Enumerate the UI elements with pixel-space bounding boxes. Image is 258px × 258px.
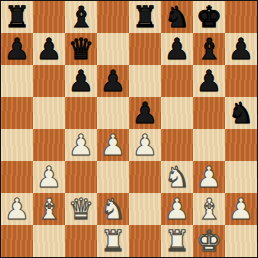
square-g4[interactable] (193, 129, 225, 161)
black-rook-piece[interactable]: ♜ (132, 1, 158, 33)
square-h5[interactable]: ♞ (225, 97, 257, 129)
square-c4[interactable]: ♟ (65, 129, 97, 161)
square-f8[interactable]: ♞ (161, 1, 193, 33)
square-g6[interactable]: ♟ (193, 65, 225, 97)
black-king-piece[interactable]: ♚ (196, 1, 222, 33)
square-b3[interactable]: ♟ (33, 161, 65, 193)
square-g7[interactable]: ♝ (193, 33, 225, 65)
square-d8[interactable] (97, 1, 129, 33)
square-g8[interactable]: ♚ (193, 1, 225, 33)
white-knight-piece[interactable]: ♞ (100, 193, 126, 225)
square-a4[interactable] (1, 129, 33, 161)
square-h7[interactable]: ♟ (225, 33, 257, 65)
square-c8[interactable]: ♝ (65, 1, 97, 33)
white-pawn-piece[interactable]: ♟ (132, 129, 158, 161)
square-d6[interactable]: ♟ (97, 65, 129, 97)
square-e1[interactable] (129, 225, 161, 257)
square-f1[interactable]: ♜ (161, 225, 193, 257)
square-f4[interactable] (161, 129, 193, 161)
square-b8[interactable] (33, 1, 65, 33)
square-h6[interactable] (225, 65, 257, 97)
white-rook-piece[interactable]: ♜ (164, 225, 190, 257)
chess-board-frame: ♜♝♜♞♚♟♟♛♟♝♟♟♟♟♟♞♟♟♟♟♞♟♟♝♛♞♟♝♟♜♜♚ (0, 0, 258, 258)
square-e5[interactable]: ♟ (129, 97, 161, 129)
square-a3[interactable] (1, 161, 33, 193)
white-pawn-piece[interactable]: ♟ (196, 161, 222, 193)
square-h3[interactable] (225, 161, 257, 193)
square-d2[interactable]: ♞ (97, 193, 129, 225)
square-b2[interactable]: ♝ (33, 193, 65, 225)
square-c5[interactable] (65, 97, 97, 129)
square-c1[interactable] (65, 225, 97, 257)
white-bishop-piece[interactable]: ♝ (196, 193, 222, 225)
square-f6[interactable] (161, 65, 193, 97)
black-pawn-piece[interactable]: ♟ (68, 65, 94, 97)
white-queen-piece[interactable]: ♛ (68, 193, 94, 225)
black-queen-piece[interactable]: ♛ (68, 33, 94, 65)
square-e2[interactable] (129, 193, 161, 225)
square-e3[interactable] (129, 161, 161, 193)
black-rook-piece[interactable]: ♜ (4, 1, 30, 33)
square-d7[interactable] (97, 33, 129, 65)
white-king-piece[interactable]: ♚ (196, 225, 222, 257)
white-knight-piece[interactable]: ♞ (164, 161, 190, 193)
square-e4[interactable]: ♟ (129, 129, 161, 161)
black-bishop-piece[interactable]: ♝ (68, 1, 94, 33)
white-pawn-piece[interactable]: ♟ (228, 193, 254, 225)
square-e6[interactable] (129, 65, 161, 97)
square-b7[interactable]: ♟ (33, 33, 65, 65)
black-knight-piece[interactable]: ♞ (228, 97, 254, 129)
chess-board: ♜♝♜♞♚♟♟♛♟♝♟♟♟♟♟♞♟♟♟♟♞♟♟♝♛♞♟♝♟♜♜♚ (1, 1, 257, 257)
square-h8[interactable] (225, 1, 257, 33)
square-a7[interactable]: ♟ (1, 33, 33, 65)
square-h2[interactable]: ♟ (225, 193, 257, 225)
white-pawn-piece[interactable]: ♟ (36, 161, 62, 193)
black-pawn-piece[interactable]: ♟ (164, 33, 190, 65)
black-pawn-piece[interactable]: ♟ (196, 65, 222, 97)
black-pawn-piece[interactable]: ♟ (36, 33, 62, 65)
square-c3[interactable] (65, 161, 97, 193)
square-h4[interactable] (225, 129, 257, 161)
square-e7[interactable] (129, 33, 161, 65)
square-h1[interactable] (225, 225, 257, 257)
black-bishop-piece[interactable]: ♝ (196, 33, 222, 65)
square-d5[interactable] (97, 97, 129, 129)
square-a8[interactable]: ♜ (1, 1, 33, 33)
square-c2[interactable]: ♛ (65, 193, 97, 225)
black-pawn-piece[interactable]: ♟ (132, 97, 158, 129)
white-bishop-piece[interactable]: ♝ (36, 193, 62, 225)
white-pawn-piece[interactable]: ♟ (100, 129, 126, 161)
black-knight-piece[interactable]: ♞ (164, 1, 190, 33)
square-f3[interactable]: ♞ (161, 161, 193, 193)
square-g1[interactable]: ♚ (193, 225, 225, 257)
square-g3[interactable]: ♟ (193, 161, 225, 193)
square-g2[interactable]: ♝ (193, 193, 225, 225)
black-pawn-piece[interactable]: ♟ (100, 65, 126, 97)
square-f5[interactable] (161, 97, 193, 129)
square-f2[interactable]: ♟ (161, 193, 193, 225)
square-b4[interactable] (33, 129, 65, 161)
square-c6[interactable]: ♟ (65, 65, 97, 97)
square-a2[interactable]: ♟ (1, 193, 33, 225)
square-g5[interactable] (193, 97, 225, 129)
square-b1[interactable] (33, 225, 65, 257)
white-pawn-piece[interactable]: ♟ (164, 193, 190, 225)
square-f7[interactable]: ♟ (161, 33, 193, 65)
square-a6[interactable] (1, 65, 33, 97)
square-d3[interactable] (97, 161, 129, 193)
black-pawn-piece[interactable]: ♟ (228, 33, 254, 65)
white-rook-piece[interactable]: ♜ (100, 225, 126, 257)
white-pawn-piece[interactable]: ♟ (68, 129, 94, 161)
square-b6[interactable] (33, 65, 65, 97)
square-a1[interactable] (1, 225, 33, 257)
square-b5[interactable] (33, 97, 65, 129)
square-c7[interactable]: ♛ (65, 33, 97, 65)
white-pawn-piece[interactable]: ♟ (4, 193, 30, 225)
square-a5[interactable] (1, 97, 33, 129)
square-d1[interactable]: ♜ (97, 225, 129, 257)
square-d4[interactable]: ♟ (97, 129, 129, 161)
black-pawn-piece[interactable]: ♟ (4, 33, 30, 65)
square-e8[interactable]: ♜ (129, 1, 161, 33)
